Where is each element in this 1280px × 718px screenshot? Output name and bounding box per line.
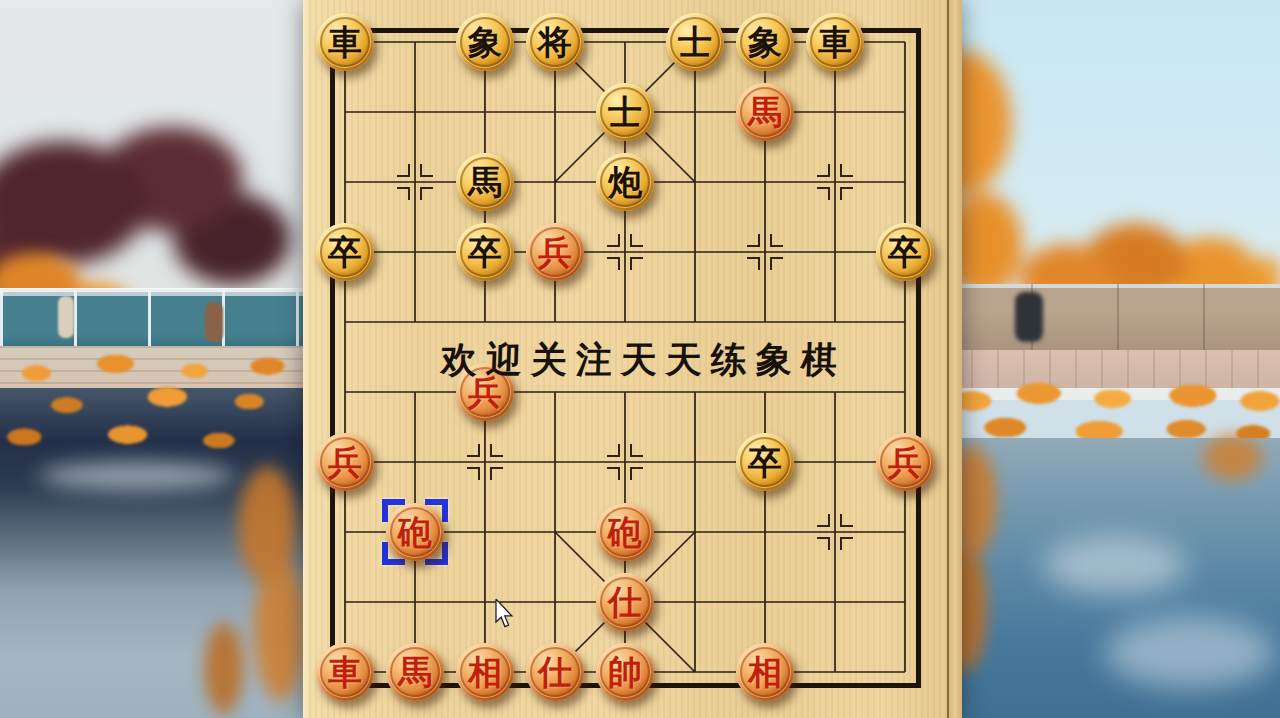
piece-black[interactable]: 士 (596, 83, 654, 141)
board-cell[interactable]: 将 (520, 7, 590, 77)
board-cell[interactable] (380, 427, 450, 497)
orange-reflection-corner (1185, 415, 1280, 500)
piece-black[interactable]: 士 (666, 13, 724, 71)
board-cell[interactable] (870, 567, 940, 637)
board-cell[interactable] (380, 77, 450, 147)
board-cell[interactable] (800, 567, 870, 637)
board-cell[interactable]: 相 (450, 637, 520, 707)
board-cell[interactable] (520, 77, 590, 147)
board-cell[interactable]: 帥 (590, 637, 660, 707)
piece-black[interactable]: 卒 (316, 223, 374, 281)
xiangqi-board: 欢迎关注天天练象棋 車象将士象車士馬馬炮卒卒兵卒兵兵卒兵砲砲仕車馬相仕帥相 (303, 0, 962, 718)
piece-red[interactable]: 砲 (386, 503, 444, 561)
piece-glyph: 仕 (538, 655, 572, 689)
piece-red[interactable]: 仕 (596, 573, 654, 631)
board-cell[interactable]: 兵 (870, 427, 940, 497)
piece-red[interactable]: 仕 (526, 643, 584, 701)
piece-glyph: 兵 (328, 445, 362, 479)
board-cell[interactable] (870, 7, 940, 77)
tree-reflection-left (180, 460, 305, 718)
piece-red[interactable]: 砲 (596, 503, 654, 561)
piece-black[interactable]: 炮 (596, 153, 654, 211)
piece-red[interactable]: 馬 (386, 643, 444, 701)
piece-glyph: 相 (468, 655, 502, 689)
board-cell[interactable] (520, 567, 590, 637)
board-cell[interactable] (310, 147, 380, 217)
board-cell[interactable] (450, 427, 520, 497)
board-cell[interactable] (870, 497, 940, 567)
board-cell[interactable] (660, 427, 730, 497)
piece-glyph: 卒 (748, 445, 782, 479)
piece-glyph: 馬 (398, 655, 432, 689)
piece-black[interactable]: 象 (736, 13, 794, 71)
fence-right (945, 284, 1280, 350)
board-cell[interactable] (380, 147, 450, 217)
piece-glyph: 兵 (888, 445, 922, 479)
person-figure (58, 296, 74, 338)
piece-glyph: 士 (608, 95, 642, 129)
piece-glyph: 車 (818, 25, 852, 59)
piece-red[interactable]: 相 (736, 643, 794, 701)
board-cell[interactable] (800, 497, 870, 567)
board-cell[interactable]: 卒 (870, 217, 940, 287)
board-cell[interactable]: 相 (730, 637, 800, 707)
board-cell[interactable]: 炮 (590, 147, 660, 217)
dark-figure-right (1015, 292, 1043, 342)
piece-glyph: 卒 (328, 235, 362, 269)
board-cell[interactable] (870, 287, 940, 357)
piece-black[interactable]: 車 (806, 13, 864, 71)
piece-black[interactable]: 馬 (456, 153, 514, 211)
piece-red[interactable]: 馬 (736, 83, 794, 141)
piece-glyph: 仕 (608, 585, 642, 619)
board-cell[interactable] (310, 287, 380, 357)
glass-pavilion (0, 288, 304, 348)
piece-red[interactable]: 帥 (596, 643, 654, 701)
piece-glyph: 炮 (608, 165, 642, 199)
piece-glyph: 馬 (468, 165, 502, 199)
piece-glyph: 相 (748, 655, 782, 689)
board-cell[interactable]: 仕 (520, 637, 590, 707)
piece-red[interactable]: 兵 (316, 433, 374, 491)
board-cell[interactable]: 士 (660, 7, 730, 77)
board-cell[interactable] (660, 147, 730, 217)
piece-glyph: 象 (748, 25, 782, 59)
piece-glyph: 象 (468, 25, 502, 59)
piece-red[interactable]: 相 (456, 643, 514, 701)
board-cell[interactable]: 馬 (450, 147, 520, 217)
piece-black[interactable]: 象 (456, 13, 514, 71)
board-cell[interactable] (870, 77, 940, 147)
piece-glyph: 馬 (748, 95, 782, 129)
board-cell[interactable] (380, 567, 450, 637)
board-cell[interactable] (660, 637, 730, 707)
piece-red[interactable]: 兵 (876, 433, 934, 491)
board-cell[interactable] (380, 287, 450, 357)
river-banner: 欢迎关注天天练象棋 (440, 336, 847, 385)
board-cell[interactable] (660, 497, 730, 567)
board-cell[interactable] (310, 497, 380, 567)
autumn-tree-left (140, 0, 315, 310)
board-cell[interactable] (590, 7, 660, 77)
board-cell[interactable]: 卒 (310, 217, 380, 287)
board-cell[interactable]: 砲 (590, 497, 660, 567)
board-cell[interactable] (730, 217, 800, 287)
piece-glyph: 帥 (608, 655, 642, 689)
cursor-arrow (496, 599, 512, 627)
board-cell[interactable] (380, 357, 450, 427)
board-cell[interactable] (310, 567, 380, 637)
screen: { "game": "xiangqi", "position": "r1bk1a… (0, 0, 1280, 718)
piece-glyph: 士 (678, 25, 712, 59)
board-cell[interactable] (800, 637, 870, 707)
board-cell[interactable] (730, 497, 800, 567)
board-cell[interactable] (450, 497, 520, 567)
piece-glyph: 兵 (538, 235, 572, 269)
board-cell[interactable]: 馬 (730, 77, 800, 147)
board-cell[interactable]: 卒 (450, 217, 520, 287)
board-cell[interactable] (520, 427, 590, 497)
board-cell[interactable] (800, 77, 870, 147)
mouse-cursor (495, 599, 517, 629)
piece-black[interactable]: 将 (526, 13, 584, 71)
piece-black[interactable]: 卒 (876, 223, 934, 281)
board-cell[interactable] (800, 427, 870, 497)
piece-black[interactable]: 卒 (456, 223, 514, 281)
board-cell[interactable]: 馬 (380, 637, 450, 707)
board-cell[interactable] (310, 357, 380, 427)
board-cell[interactable] (380, 217, 450, 287)
person-figure (205, 302, 223, 342)
board-cell[interactable] (450, 77, 520, 147)
board-cell[interactable] (520, 497, 590, 567)
piece-glyph: 砲 (608, 515, 642, 549)
board-cell[interactable] (800, 147, 870, 217)
board-cell[interactable] (730, 567, 800, 637)
board-cell[interactable]: 砲 (380, 497, 450, 567)
board-cell[interactable] (310, 77, 380, 147)
piece-red[interactable]: 車 (316, 643, 374, 701)
piece-glyph: 将 (538, 25, 572, 59)
board-cell[interactable] (870, 147, 940, 217)
board-cell[interactable]: 車 (310, 7, 380, 77)
piece-glyph: 卒 (888, 235, 922, 269)
board-cell[interactable] (660, 567, 730, 637)
board-cell[interactable] (660, 217, 730, 287)
board-cell[interactable] (590, 427, 660, 497)
piece-black[interactable]: 卒 (736, 433, 794, 491)
board-cell[interactable]: 士 (590, 77, 660, 147)
board-cell[interactable] (870, 357, 940, 427)
board-cell[interactable]: 仕 (590, 567, 660, 637)
board-cell[interactable]: 車 (310, 637, 380, 707)
board-cell[interactable] (380, 7, 450, 77)
board-cell[interactable]: 車 (800, 7, 870, 77)
board-cell[interactable] (730, 147, 800, 217)
board-cell[interactable]: 兵 (310, 427, 380, 497)
board-cell[interactable]: 卒 (730, 427, 800, 497)
piece-red[interactable]: 兵 (526, 223, 584, 281)
board-cell[interactable] (870, 637, 940, 707)
piece-glyph: 車 (328, 25, 362, 59)
board-cell[interactable]: 象 (450, 7, 520, 77)
board-cell[interactable] (660, 77, 730, 147)
piece-glyph: 車 (328, 655, 362, 689)
piece-black[interactable]: 車 (316, 13, 374, 71)
piece-glyph: 卒 (468, 235, 502, 269)
board-cell[interactable] (590, 217, 660, 287)
board-cell[interactable] (800, 217, 870, 287)
board-cell[interactable]: 兵 (520, 217, 590, 287)
piece-glyph: 砲 (398, 515, 432, 549)
board-cell[interactable] (520, 147, 590, 217)
board-cell[interactable]: 象 (730, 7, 800, 77)
